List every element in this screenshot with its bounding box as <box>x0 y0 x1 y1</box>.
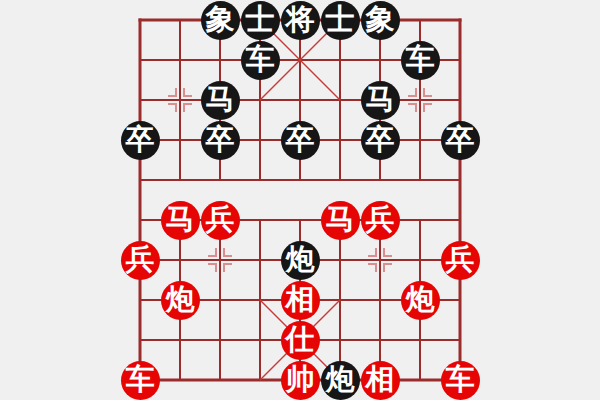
piece-red-cannon-b3[interactable]: 炮 <box>161 281 200 320</box>
piece-black-horse-g8[interactable]: 马 <box>361 81 400 120</box>
piece-red-advisor-e2[interactable]: 仕 <box>281 321 320 360</box>
piece-red-chariot-i1[interactable]: 车 <box>441 361 480 400</box>
piece-red-soldier-g5[interactable]: 兵 <box>361 201 400 240</box>
piece-red-horse-f5[interactable]: 马 <box>321 201 360 240</box>
piece-red-cannon-h3[interactable]: 炮 <box>401 281 440 320</box>
piece-black-king-e10[interactable]: 将 <box>281 1 320 40</box>
piece-red-soldier-a4[interactable]: 兵 <box>121 241 160 280</box>
piece-black-chariot-d9[interactable]: 车 <box>241 41 280 80</box>
xiangqi-screenshot: 象士将士象车车马马卒卒卒卒卒炮炮马兵马兵兵兵炮相炮仕车帅相车 <box>0 0 600 400</box>
piece-black-elephant-c10[interactable]: 象 <box>201 1 240 40</box>
piece-black-cannon-f1[interactable]: 炮 <box>321 361 360 400</box>
piece-red-king-e1[interactable]: 帅 <box>281 361 320 400</box>
piece-black-horse-c8[interactable]: 马 <box>201 81 240 120</box>
piece-red-elephant-g1[interactable]: 相 <box>361 361 400 400</box>
xiangqi-board: 象士将士象车车马马卒卒卒卒卒炮炮马兵马兵兵兵炮相炮仕车帅相车 <box>120 0 480 400</box>
piece-red-chariot-a1[interactable]: 车 <box>121 361 160 400</box>
piece-red-horse-b5[interactable]: 马 <box>161 201 200 240</box>
piece-black-elephant-g10[interactable]: 象 <box>361 1 400 40</box>
piece-black-soldier-g7[interactable]: 卒 <box>361 121 400 160</box>
piece-black-cannon-e4[interactable]: 炮 <box>281 241 320 280</box>
piece-black-soldier-a7[interactable]: 卒 <box>121 121 160 160</box>
piece-red-soldier-i4[interactable]: 兵 <box>441 241 480 280</box>
piece-red-elephant-e3[interactable]: 相 <box>281 281 320 320</box>
piece-black-soldier-e7[interactable]: 卒 <box>281 121 320 160</box>
piece-black-advisor-d10[interactable]: 士 <box>241 1 280 40</box>
piece-black-soldier-c7[interactable]: 卒 <box>201 121 240 160</box>
piece-red-soldier-c5[interactable]: 兵 <box>201 201 240 240</box>
piece-black-advisor-f10[interactable]: 士 <box>321 1 360 40</box>
piece-black-soldier-i7[interactable]: 卒 <box>441 121 480 160</box>
piece-black-chariot-h9[interactable]: 车 <box>401 41 440 80</box>
